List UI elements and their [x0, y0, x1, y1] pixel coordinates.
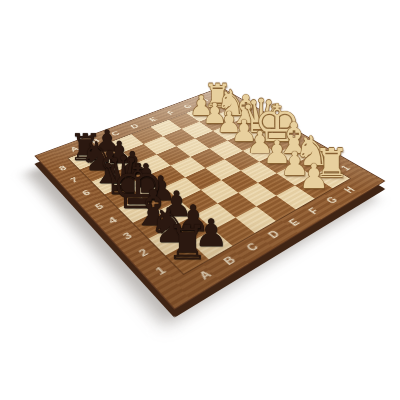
pieces-overlay: ♜♟♟♜♞♟♟♞♝♟♟♝♛♟♟♛♚♟♟♚♝♟♟♝♞♟♟♞♜♟♟♜ — [0, 0, 400, 400]
piece-dark-r-a1[interactable]: ♜ — [166, 220, 208, 267]
piece-light-p-g1[interactable]: ♟ — [299, 160, 329, 194]
product-photo-scene: ABCDEFGH ABCDEFGH 87654321 87654321 ♜♟♟♜… — [0, 0, 400, 400]
